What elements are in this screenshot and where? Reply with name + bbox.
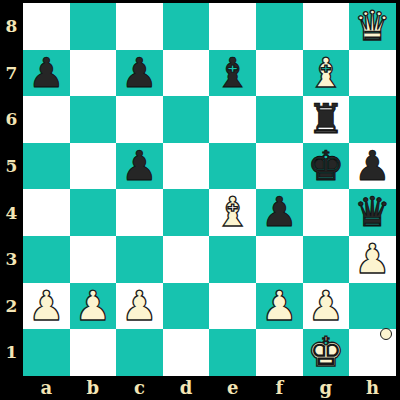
chess-board: ♛♟♟♝♝♜♟♚♟♝♟♛♟♟♟♟♟♟♚	[23, 3, 396, 376]
square-e4[interactable]: ♝	[209, 189, 256, 236]
square-c8[interactable]	[116, 3, 163, 50]
square-c6[interactable]	[116, 96, 163, 143]
square-b2[interactable]: ♟	[70, 283, 117, 330]
white-to-move-indicator	[380, 328, 392, 340]
square-f4[interactable]: ♟	[256, 189, 303, 236]
square-f2[interactable]: ♟	[256, 283, 303, 330]
square-a4[interactable]	[23, 189, 70, 236]
square-f1[interactable]	[256, 329, 303, 376]
square-c3[interactable]	[116, 236, 163, 283]
square-e1[interactable]	[209, 329, 256, 376]
square-g3[interactable]	[303, 236, 350, 283]
square-g5[interactable]: ♚	[303, 143, 350, 190]
square-h4[interactable]: ♛	[349, 189, 396, 236]
square-h6[interactable]	[349, 96, 396, 143]
square-g8[interactable]	[303, 3, 350, 50]
square-d4[interactable]	[163, 189, 210, 236]
black-pawn[interactable]: ♟	[121, 50, 158, 97]
square-c4[interactable]	[116, 189, 163, 236]
rank-label-7: 7	[0, 50, 23, 97]
white-bishop[interactable]: ♝	[307, 50, 344, 97]
square-c1[interactable]	[116, 329, 163, 376]
rank-label-5: 5	[0, 143, 23, 190]
black-pawn[interactable]: ♟	[261, 189, 298, 236]
square-g2[interactable]: ♟	[303, 283, 350, 330]
square-e2[interactable]	[209, 283, 256, 330]
square-e3[interactable]	[209, 236, 256, 283]
square-e6[interactable]	[209, 96, 256, 143]
white-bishop[interactable]: ♝	[214, 189, 251, 236]
square-c2[interactable]: ♟	[116, 283, 163, 330]
square-h3[interactable]: ♟	[349, 236, 396, 283]
square-c5[interactable]: ♟	[116, 143, 163, 190]
black-queen[interactable]: ♛	[354, 189, 391, 236]
white-pawn[interactable]: ♟	[28, 283, 65, 330]
black-bishop[interactable]: ♝	[214, 50, 251, 97]
white-pawn[interactable]: ♟	[354, 236, 391, 283]
square-a6[interactable]	[23, 96, 70, 143]
square-f7[interactable]	[256, 50, 303, 97]
white-pawn[interactable]: ♟	[261, 283, 298, 330]
square-f5[interactable]	[256, 143, 303, 190]
square-f8[interactable]	[256, 3, 303, 50]
square-a2[interactable]: ♟	[23, 283, 70, 330]
square-g1[interactable]: ♚	[303, 329, 350, 376]
square-b4[interactable]	[70, 189, 117, 236]
black-pawn[interactable]: ♟	[121, 143, 158, 190]
file-label-c: c	[116, 374, 163, 400]
rank-label-8: 8	[0, 3, 23, 50]
square-h2[interactable]	[349, 283, 396, 330]
square-d7[interactable]	[163, 50, 210, 97]
square-d5[interactable]	[163, 143, 210, 190]
black-pawn[interactable]: ♟	[28, 50, 65, 97]
white-pawn[interactable]: ♟	[307, 283, 344, 330]
white-queen[interactable]: ♛	[354, 3, 391, 50]
chess-diagram: 87654321 ♛♟♟♝♝♜♟♚♟♝♟♛♟♟♟♟♟♟♚ abcdefgh	[0, 0, 400, 400]
rank-label-2: 2	[0, 283, 23, 330]
square-a7[interactable]: ♟	[23, 50, 70, 97]
square-g4[interactable]	[303, 189, 350, 236]
file-label-d: d	[163, 374, 210, 400]
black-king[interactable]: ♚	[307, 143, 344, 190]
file-labels: abcdefgh	[23, 374, 396, 400]
white-pawn[interactable]: ♟	[75, 283, 112, 330]
square-d3[interactable]	[163, 236, 210, 283]
square-b1[interactable]	[70, 329, 117, 376]
file-label-f: f	[256, 374, 303, 400]
square-h5[interactable]: ♟	[349, 143, 396, 190]
file-label-g: g	[303, 374, 350, 400]
square-b3[interactable]	[70, 236, 117, 283]
square-h8[interactable]: ♛	[349, 3, 396, 50]
square-d1[interactable]	[163, 329, 210, 376]
rank-label-4: 4	[0, 189, 23, 236]
square-e5[interactable]	[209, 143, 256, 190]
square-d6[interactable]	[163, 96, 210, 143]
square-a8[interactable]	[23, 3, 70, 50]
square-a1[interactable]	[23, 329, 70, 376]
square-d2[interactable]	[163, 283, 210, 330]
square-h7[interactable]	[349, 50, 396, 97]
file-label-b: b	[70, 374, 117, 400]
square-e8[interactable]	[209, 3, 256, 50]
square-f3[interactable]	[256, 236, 303, 283]
square-b8[interactable]	[70, 3, 117, 50]
square-b7[interactable]	[70, 50, 117, 97]
square-b6[interactable]	[70, 96, 117, 143]
black-rook[interactable]: ♜	[307, 96, 344, 143]
square-g6[interactable]: ♜	[303, 96, 350, 143]
rank-labels: 87654321	[0, 3, 23, 376]
square-g7[interactable]: ♝	[303, 50, 350, 97]
square-e7[interactable]: ♝	[209, 50, 256, 97]
square-c7[interactable]: ♟	[116, 50, 163, 97]
file-label-e: e	[209, 374, 256, 400]
square-a3[interactable]	[23, 236, 70, 283]
white-king[interactable]: ♚	[307, 329, 344, 376]
file-label-h: h	[349, 374, 396, 400]
rank-label-6: 6	[0, 96, 23, 143]
file-label-a: a	[23, 374, 70, 400]
square-f6[interactable]	[256, 96, 303, 143]
black-pawn[interactable]: ♟	[354, 143, 391, 190]
square-d8[interactable]	[163, 3, 210, 50]
square-a5[interactable]	[23, 143, 70, 190]
square-b5[interactable]	[70, 143, 117, 190]
white-pawn[interactable]: ♟	[121, 283, 158, 330]
rank-label-3: 3	[0, 236, 23, 283]
rank-label-1: 1	[0, 329, 23, 376]
